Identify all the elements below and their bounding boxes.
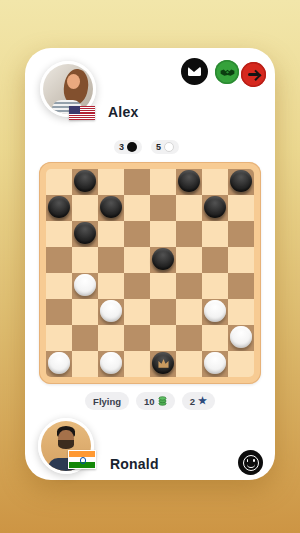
board-square[interactable] — [150, 351, 176, 377]
board-square[interactable] — [72, 195, 98, 221]
black-piece[interactable] — [178, 170, 200, 192]
board-square[interactable] — [124, 195, 150, 221]
chat-button[interactable] — [181, 58, 208, 85]
avatar-face — [67, 74, 80, 89]
board-square[interactable] — [72, 221, 98, 247]
board-square[interactable] — [72, 325, 98, 351]
board-square[interactable] — [228, 351, 254, 377]
black-piece[interactable] — [204, 196, 226, 218]
smiley-icon — [243, 455, 259, 471]
white-piece[interactable] — [100, 300, 122, 322]
board-square[interactable] — [228, 169, 254, 195]
coins-icon — [158, 396, 167, 406]
board-square[interactable] — [176, 247, 202, 273]
board-square[interactable] — [202, 351, 228, 377]
board-square[interactable] — [176, 351, 202, 377]
top-player-name: Alex — [108, 104, 138, 120]
board-square[interactable] — [176, 299, 202, 325]
board-square[interactable] — [176, 169, 202, 195]
white-piece[interactable] — [230, 326, 252, 348]
board-square[interactable] — [202, 169, 228, 195]
board-square[interactable] — [228, 273, 254, 299]
board-square[interactable] — [98, 273, 124, 299]
crown-icon — [157, 358, 170, 369]
board-square[interactable] — [72, 273, 98, 299]
black-disc-icon — [127, 142, 137, 152]
white-captured-count: 5 — [156, 142, 161, 152]
board-square[interactable] — [72, 351, 98, 377]
board[interactable] — [46, 169, 254, 377]
board-square[interactable] — [150, 221, 176, 247]
black-captured-pill: 3 — [114, 140, 142, 154]
coins-count: 10 — [144, 396, 155, 407]
board-square[interactable] — [46, 247, 72, 273]
avatar-beard — [58, 440, 74, 449]
board-square[interactable] — [46, 195, 72, 221]
board-square[interactable] — [176, 221, 202, 247]
leave-game-button[interactable] — [241, 62, 266, 87]
board-square[interactable] — [150, 247, 176, 273]
app-background: Alex 3 5 Flying — [0, 0, 300, 533]
board-square[interactable] — [46, 325, 72, 351]
emoji-button[interactable] — [238, 450, 263, 475]
board-frame — [39, 162, 261, 384]
board-square[interactable] — [202, 325, 228, 351]
white-disc-icon — [164, 142, 174, 152]
black-king-piece[interactable] — [152, 352, 174, 374]
board-square[interactable] — [228, 195, 254, 221]
game-card: Alex 3 5 Flying — [25, 48, 275, 480]
board-square[interactable] — [124, 221, 150, 247]
board-square[interactable] — [176, 195, 202, 221]
board-square[interactable] — [150, 195, 176, 221]
board-square[interactable] — [150, 299, 176, 325]
board-square[interactable] — [228, 299, 254, 325]
stars-count: 2 — [190, 396, 195, 407]
board-square[interactable] — [46, 273, 72, 299]
board-square[interactable] — [202, 273, 228, 299]
board-square[interactable] — [150, 273, 176, 299]
board-square[interactable] — [46, 299, 72, 325]
board-square[interactable] — [98, 299, 124, 325]
coins-pill: 10 — [136, 392, 175, 410]
board-square[interactable] — [124, 273, 150, 299]
board-square[interactable] — [202, 221, 228, 247]
black-piece[interactable] — [100, 196, 122, 218]
white-piece[interactable] — [204, 300, 226, 322]
board-square[interactable] — [98, 169, 124, 195]
board-square[interactable] — [228, 247, 254, 273]
draw-offer-button[interactable] — [215, 60, 239, 84]
board-square[interactable] — [72, 247, 98, 273]
board-square[interactable] — [98, 195, 124, 221]
board-square[interactable] — [124, 169, 150, 195]
board-square[interactable] — [72, 169, 98, 195]
black-piece[interactable] — [152, 248, 174, 270]
board-square[interactable] — [98, 351, 124, 377]
board-square[interactable] — [124, 351, 150, 377]
black-piece[interactable] — [230, 170, 252, 192]
board-square[interactable] — [228, 221, 254, 247]
board-square[interactable] — [150, 169, 176, 195]
board-square[interactable] — [228, 325, 254, 351]
white-piece[interactable] — [48, 352, 70, 374]
mode-pill: Flying — [85, 392, 129, 410]
white-piece[interactable] — [204, 352, 226, 374]
us-flag-icon — [69, 106, 95, 120]
stars-pill: 2 ★ — [182, 392, 215, 410]
board-square[interactable] — [124, 299, 150, 325]
board-square[interactable] — [98, 221, 124, 247]
india-flag-icon — [68, 450, 96, 469]
mode-label: Flying — [93, 396, 121, 407]
board-square[interactable] — [98, 325, 124, 351]
board-square[interactable] — [176, 273, 202, 299]
bottom-player-name: Ronald — [110, 456, 159, 472]
board-square[interactable] — [46, 221, 72, 247]
black-piece[interactable] — [48, 196, 70, 218]
board-square[interactable] — [72, 299, 98, 325]
handshake-icon — [220, 68, 235, 77]
board-square[interactable] — [46, 169, 72, 195]
arrow-right-icon — [248, 73, 259, 76]
board-square[interactable] — [98, 247, 124, 273]
board-square[interactable] — [202, 247, 228, 273]
white-piece[interactable] — [74, 274, 96, 296]
black-captured-count: 3 — [119, 142, 124, 152]
white-piece[interactable] — [100, 352, 122, 374]
board-square[interactable] — [46, 351, 72, 377]
board-square[interactable] — [124, 325, 150, 351]
envelope-icon — [188, 67, 201, 76]
board-square[interactable] — [176, 325, 202, 351]
board-square[interactable] — [202, 195, 228, 221]
board-square[interactable] — [150, 325, 176, 351]
white-captured-pill: 5 — [151, 140, 179, 154]
star-icon: ★ — [198, 396, 207, 406]
status-pill-row: Flying 10 2 ★ — [25, 392, 275, 410]
board-square[interactable] — [124, 247, 150, 273]
black-piece[interactable] — [74, 170, 96, 192]
black-piece[interactable] — [74, 222, 96, 244]
board-square[interactable] — [202, 299, 228, 325]
